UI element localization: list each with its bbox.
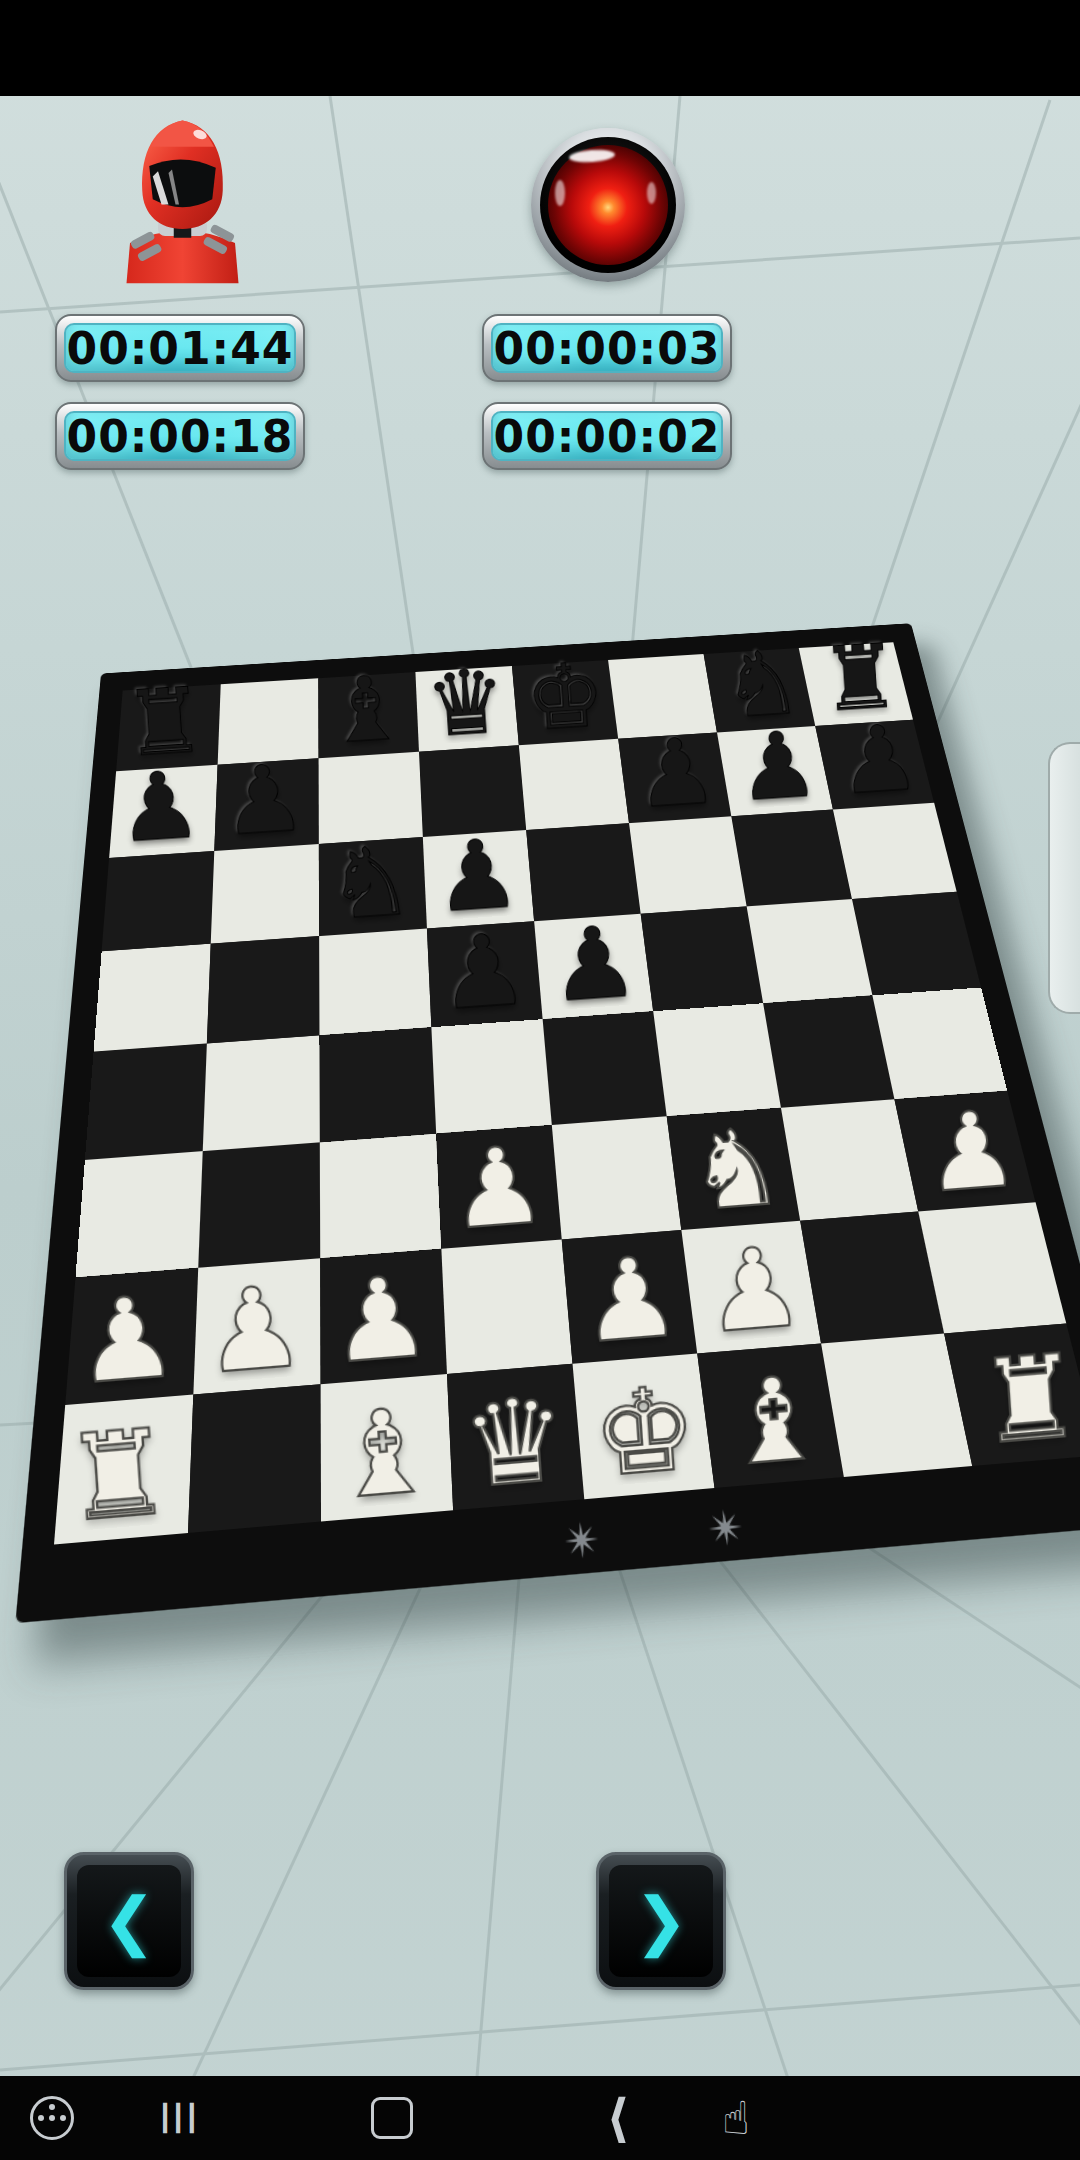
square-a1[interactable]: ♜ <box>54 1395 193 1545</box>
hal-specular <box>647 182 656 204</box>
square-h3[interactable]: ♟ <box>894 1091 1035 1212</box>
square-e4[interactable] <box>543 1011 667 1125</box>
square-c2[interactable]: ♟ <box>320 1249 447 1384</box>
game-launcher-icon[interactable] <box>22 2076 82 2160</box>
piece-white-pawn[interactable]: ♟ <box>564 1229 697 1364</box>
white-player-avatar <box>95 112 270 290</box>
previous-move-button[interactable]: ❮ <box>64 1852 194 1990</box>
square-g4[interactable] <box>763 995 894 1107</box>
home-icon[interactable] <box>362 2076 422 2160</box>
black-total-time: 00:00:03 <box>494 323 721 374</box>
square-b2[interactable]: ♟ <box>193 1258 320 1394</box>
square-f1[interactable]: ♝ <box>697 1343 844 1488</box>
square-d5[interactable]: ♟ <box>427 921 543 1027</box>
square-b5[interactable] <box>207 936 320 1043</box>
square-e3[interactable] <box>552 1116 682 1239</box>
recents-icon[interactable]: ☰ <box>136 2088 220 2148</box>
piece-black-king[interactable]: ♚ <box>512 641 618 747</box>
square-e1[interactable]: ♚ <box>573 1354 715 1500</box>
square-g2[interactable] <box>800 1212 944 1344</box>
next-chevron-icon: ❯ <box>634 1884 688 1958</box>
black-move-timer: 00:00:02 <box>482 402 732 470</box>
square-d1[interactable]: ♛ <box>447 1364 584 1511</box>
piece-black-pawn[interactable]: ♟ <box>208 742 319 852</box>
back-icon[interactable]: ⟨ <box>588 2076 648 2160</box>
piece-white-pawn[interactable]: ♟ <box>313 1248 447 1384</box>
square-g5[interactable] <box>747 899 873 1003</box>
piece-white-king[interactable]: ♚ <box>575 1357 714 1498</box>
piece-black-pawn[interactable]: ♟ <box>424 909 542 1028</box>
piece-white-pawn[interactable]: ♟ <box>186 1258 321 1394</box>
touch-lock-icon[interactable]: ☝ <box>706 2076 766 2160</box>
side-drawer-handle[interactable] <box>1048 742 1080 1014</box>
square-a7[interactable]: ♟ <box>109 765 217 858</box>
square-f2[interactable]: ♟ <box>681 1221 821 1354</box>
piece-white-rook[interactable]: ♜ <box>47 1400 189 1543</box>
square-b6[interactable] <box>211 844 319 944</box>
white-move-timer: 00:00:18 <box>55 402 305 470</box>
square-c1[interactable]: ♝ <box>321 1374 454 1522</box>
square-c5[interactable] <box>319 929 431 1036</box>
square-f4[interactable] <box>653 1003 781 1116</box>
square-f7[interactable]: ♟ <box>618 732 731 823</box>
board-scene: ♜♝♛♚♞♜♟♟♟♟♟♞♟♟♟♟♞♟♟♟♟♟♟♜♝♛♚♝♜ ✴ ✴ <box>74 556 1006 1518</box>
square-a4[interactable] <box>85 1043 207 1160</box>
previous-chevron-icon: ❮ <box>102 1884 156 1958</box>
piece-white-bishop[interactable]: ♝ <box>313 1379 453 1521</box>
square-g3[interactable] <box>781 1099 918 1221</box>
square-e2[interactable]: ♟ <box>562 1230 697 1364</box>
square-b3[interactable] <box>198 1142 320 1267</box>
status-bar <box>0 0 1080 96</box>
square-a2[interactable]: ♟ <box>65 1268 198 1405</box>
square-c6[interactable]: ♞ <box>319 837 427 936</box>
square-h2[interactable] <box>918 1202 1066 1333</box>
square-h5[interactable] <box>852 892 981 996</box>
black-move-time: 00:00:02 <box>494 411 721 462</box>
square-h4[interactable] <box>872 988 1007 1100</box>
piece-white-queen[interactable]: ♛ <box>444 1368 584 1510</box>
chess-board[interactable]: ♜♝♛♚♞♜♟♟♟♟♟♞♟♟♟♟♞♟♟♟♟♟♟♜♝♛♚♝♜ <box>54 642 1080 1544</box>
piece-black-bishop[interactable]: ♝ <box>312 654 419 760</box>
square-f5[interactable] <box>641 906 763 1011</box>
square-g7[interactable]: ♟ <box>717 726 833 816</box>
square-f6[interactable] <box>629 816 747 913</box>
compass-rose-ornament: ✴ <box>704 1500 747 1557</box>
square-c3[interactable] <box>320 1134 442 1259</box>
square-a5[interactable] <box>94 944 211 1052</box>
square-d2[interactable] <box>441 1239 572 1374</box>
piece-white-pawn[interactable]: ♟ <box>909 1084 1034 1211</box>
square-d4[interactable] <box>431 1019 551 1133</box>
black-player-avatar <box>531 128 685 282</box>
app-background: 00:01:44 00:00:03 00:00:18 00:00:02 ♜♝♛♚… <box>0 0 1080 2160</box>
android-nav-bar: ☰ ⟨ ☝ <box>0 2076 1080 2160</box>
white-move-time: 00:00:18 <box>67 411 294 462</box>
square-d3[interactable]: ♟ <box>436 1125 562 1249</box>
black-total-timer: 00:00:03 <box>482 314 732 382</box>
piece-black-pawn[interactable]: ♟ <box>825 702 933 811</box>
square-b4[interactable] <box>203 1035 320 1151</box>
square-c8[interactable]: ♝ <box>318 672 419 758</box>
square-f3[interactable]: ♞ <box>667 1108 800 1230</box>
piece-white-pawn[interactable]: ♟ <box>58 1268 194 1405</box>
hal-specular <box>555 180 565 206</box>
square-d8[interactable]: ♛ <box>415 666 518 752</box>
astronaut-helmet-icon <box>95 112 270 290</box>
white-total-time: 00:01:44 <box>67 323 294 374</box>
square-g6[interactable] <box>731 810 852 907</box>
square-a6[interactable] <box>102 851 215 951</box>
square-h6[interactable] <box>833 803 957 899</box>
square-b1[interactable] <box>188 1384 321 1533</box>
piece-black-pawn[interactable]: ♟ <box>535 902 653 1020</box>
piece-black-pawn[interactable]: ♟ <box>622 715 731 824</box>
piece-black-knight[interactable]: ♞ <box>312 823 427 937</box>
next-move-button[interactable]: ❯ <box>596 1852 726 1990</box>
square-a3[interactable] <box>75 1151 202 1277</box>
square-b7[interactable]: ♟ <box>214 758 319 851</box>
square-c4[interactable] <box>319 1027 436 1142</box>
piece-white-pawn[interactable]: ♟ <box>433 1120 561 1249</box>
piece-black-queen[interactable]: ♛ <box>413 647 519 753</box>
square-e7[interactable] <box>519 739 629 830</box>
piece-black-pawn[interactable]: ♟ <box>724 709 832 818</box>
square-e5[interactable]: ♟ <box>534 914 653 1019</box>
square-e8[interactable]: ♚ <box>512 660 618 745</box>
compass-rose-ornament: ✴ <box>562 1512 603 1569</box>
square-h7[interactable]: ♟ <box>815 720 934 810</box>
white-total-timer: 00:01:44 <box>55 314 305 382</box>
piece-black-pawn[interactable]: ♟ <box>103 748 215 859</box>
board-frame: ♜♝♛♚♞♜♟♟♟♟♟♞♟♟♟♟♞♟♟♟♟♟♟♜♝♛♚♝♜ ✴ ✴ <box>15 623 1080 1623</box>
piece-white-bishop[interactable]: ♝ <box>705 1347 843 1487</box>
piece-white-pawn[interactable]: ♟ <box>688 1219 820 1353</box>
piece-white-rook[interactable]: ♜ <box>962 1326 1080 1465</box>
piece-white-knight[interactable]: ♞ <box>673 1102 799 1230</box>
hal-eye-icon <box>548 145 668 265</box>
